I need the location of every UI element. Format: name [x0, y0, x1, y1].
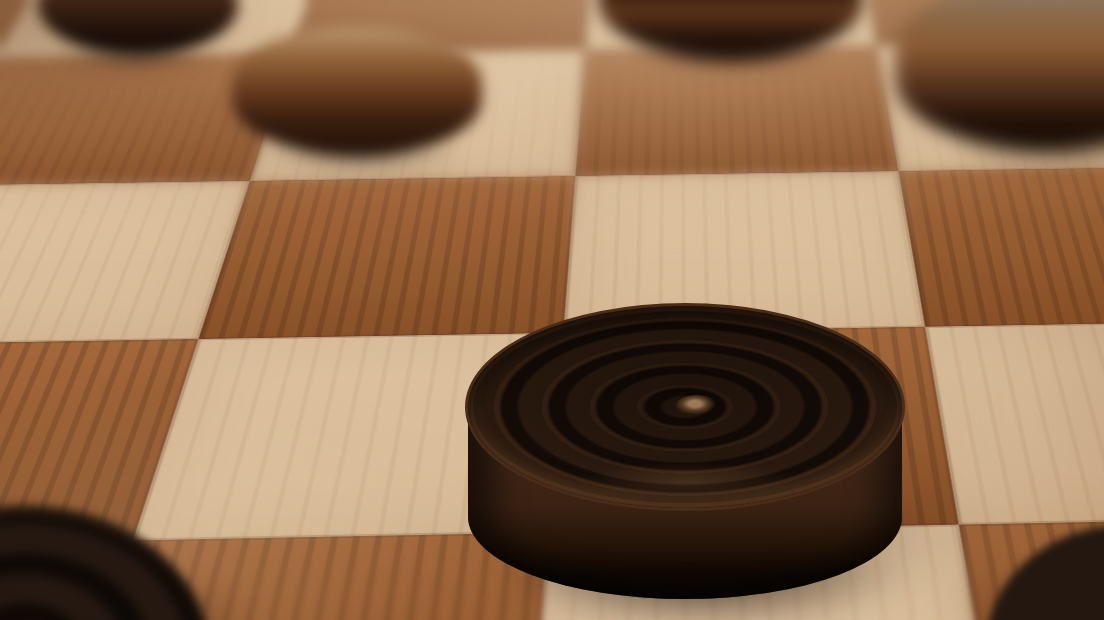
checker-piece-top-center [598, 0, 863, 60]
checker-piece-rim-highlight [538, 456, 838, 508]
checkers-board-photo [0, 0, 1104, 620]
checker-piece-top-left [232, 26, 482, 156]
pieces-layer [0, 0, 1104, 620]
checker-piece-top-right [895, 0, 1104, 150]
checker-piece-focused [465, 303, 905, 603]
checker-piece-face-rings [465, 303, 905, 511]
checker-piece-top-left-far [38, 0, 238, 55]
checker-piece-center-nub [676, 395, 718, 417]
checker-piece-bottom-left [0, 505, 210, 620]
